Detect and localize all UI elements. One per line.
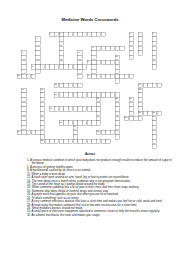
clue: 32. An ailment that blocks the nose and … (27, 213, 174, 216)
crossword-grid: 1581112141519202425272829313223467910131… (17, 32, 162, 149)
crossword-cell[interactable] (82, 65, 87, 70)
clue: 1. A serious medical condition in which … (27, 158, 174, 165)
worksheet-page: Medicine Words Crosswords 15811121415192… (0, 0, 180, 256)
crossword-cell[interactable] (152, 144, 157, 149)
crossword-cell[interactable] (115, 79, 120, 84)
crossword-cell[interactable] (106, 139, 111, 144)
crossword-cell[interactable] (36, 69, 41, 74)
crossword-cell[interactable] (138, 51, 143, 56)
page-title: Medicine Words Crosswords (0, 17, 180, 22)
crossword-cell[interactable] (138, 116, 143, 121)
crossword-cell[interactable] (129, 55, 134, 60)
crossword-cell[interactable] (101, 32, 106, 37)
across-section-header: Across (0, 152, 180, 155)
across-clue-list: 1. A serious medical condition in which … (27, 158, 174, 216)
crossword-cell[interactable] (96, 121, 101, 126)
crossword-cell[interactable] (120, 46, 125, 51)
crossword-cell[interactable] (129, 74, 134, 79)
crossword-cell[interactable] (157, 111, 162, 116)
crossword-cell[interactable] (78, 83, 83, 88)
crossword-cell[interactable] (152, 65, 157, 70)
crossword-cell[interactable] (157, 83, 162, 88)
crossword-cell[interactable] (78, 74, 83, 79)
crossword-cell[interactable] (115, 135, 120, 140)
crossword-cell[interactable] (31, 74, 36, 79)
